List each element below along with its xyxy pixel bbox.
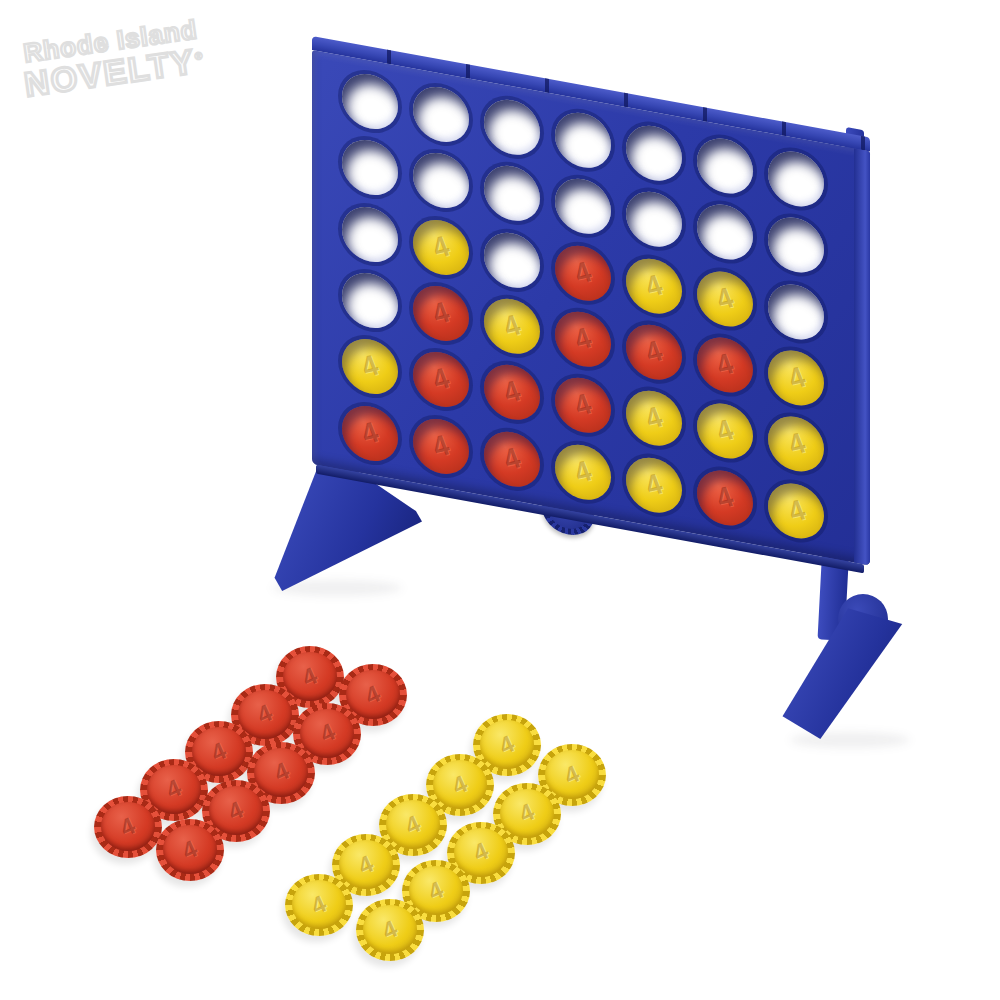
cap-face: 4 (433, 760, 487, 809)
empty-slot (555, 108, 611, 172)
disc-emboss-4: 4 (713, 482, 738, 513)
yellow-tray-disc: 4 (356, 899, 424, 961)
yellow-disc: 4 (768, 479, 824, 543)
cap-crimped-edge (293, 703, 361, 765)
cap-face: 4 (454, 828, 508, 877)
yellow-tray-disc: 4 (332, 834, 400, 896)
cap-crimped-edge (276, 646, 344, 708)
disc-emboss-4: 4 (225, 797, 247, 824)
empty-slot (768, 147, 824, 211)
disc-emboss-4: 4 (425, 877, 447, 904)
registered-mark: ® (194, 49, 206, 62)
disc-emboss-4: 4 (355, 851, 377, 878)
red-tray-disc: 4 (94, 796, 162, 858)
empty-slot (484, 95, 540, 159)
yellow-disc: 4 (555, 440, 611, 504)
red-tray-disc: 4 (231, 684, 299, 746)
disc-emboss-4: 4 (571, 324, 596, 355)
red-disc: 4 (413, 281, 469, 345)
disc-emboss-4: 4 (402, 811, 424, 838)
empty-slot (342, 202, 398, 266)
cap-face: 4 (283, 652, 337, 701)
disc-emboss-4: 4 (499, 311, 524, 342)
red-tray-disc: 4 (185, 721, 253, 783)
cap-face: 4 (480, 720, 534, 769)
disc-emboss-4: 4 (784, 363, 809, 394)
cap-crimped-edge (247, 742, 315, 804)
red-tray-disc: 4 (276, 646, 344, 708)
empty-slot (413, 149, 469, 213)
red-disc: 4 (413, 348, 469, 412)
slot-c5-r6: 4 (619, 445, 690, 524)
cap-face: 4 (254, 748, 308, 797)
red-disc: 4 (555, 241, 611, 305)
yellow-disc: 4 (768, 412, 824, 476)
cap-face: 4 (346, 670, 400, 719)
disc-emboss-4: 4 (713, 350, 738, 381)
disc-emboss-4: 4 (428, 364, 453, 395)
disc-emboss-4: 4 (179, 836, 201, 863)
empty-slot (768, 280, 824, 344)
yellow-tray-disc: 4 (379, 794, 447, 856)
empty-slot (484, 228, 540, 292)
red-disc: 4 (484, 427, 540, 491)
yellow-disc: 4 (342, 335, 398, 399)
slot-c1-r6: 4 (334, 394, 405, 473)
red-disc: 4 (697, 466, 753, 530)
red-disc: 4 (626, 320, 682, 384)
yellow-disc: 4 (768, 346, 824, 410)
cap-crimped-edge (379, 794, 447, 856)
yellow-tray-disc: 4 (538, 744, 606, 806)
disc-emboss-4: 4 (571, 457, 596, 488)
cap-crimped-edge (231, 684, 299, 746)
disc-emboss-4: 4 (163, 775, 185, 802)
yellow-disc: 4 (626, 254, 682, 318)
disc-emboss-4: 4 (642, 270, 667, 301)
empty-slot (626, 121, 682, 185)
brand-watermark: Rhode Island NOVELTY® (14, 13, 211, 105)
disc-emboss-4: 4 (499, 444, 524, 475)
right-foot (780, 604, 906, 746)
disc-emboss-4: 4 (713, 416, 738, 447)
disc-emboss-4: 4 (208, 738, 230, 765)
cap-crimped-edge (493, 783, 561, 845)
cap-crimped-edge (156, 819, 224, 881)
red-tray-disc: 4 (202, 780, 270, 842)
disc-emboss-4: 4 (428, 298, 453, 329)
cap-face: 4 (209, 786, 263, 835)
cap-crimped-edge (202, 780, 270, 842)
cap-crimped-edge (356, 899, 424, 961)
disc-emboss-4: 4 (571, 390, 596, 421)
red-tray-disc: 4 (156, 819, 224, 881)
cap-crimped-edge (185, 721, 253, 783)
yellow-disc: 4 (626, 453, 682, 517)
board-right-end-cap (854, 148, 870, 565)
cap-face: 4 (545, 750, 599, 799)
yellow-disc: 4 (697, 267, 753, 331)
disc-emboss-4: 4 (561, 761, 583, 788)
cap-face: 4 (500, 789, 554, 838)
red-tray-disc: 4 (293, 703, 361, 765)
disc-emboss-4: 4 (379, 916, 401, 943)
cap-crimped-edge (538, 744, 606, 806)
empty-slot (342, 70, 398, 134)
disc-emboss-4: 4 (571, 258, 596, 289)
cap-face: 4 (147, 765, 201, 814)
disc-emboss-4: 4 (270, 758, 292, 785)
slot-c3-r6: 4 (476, 420, 547, 499)
yellow-tray-disc: 4 (402, 860, 470, 922)
cap-face: 4 (292, 880, 346, 929)
disc-emboss-4: 4 (357, 351, 382, 382)
cap-face: 4 (163, 825, 217, 874)
yellow-disc: 4 (484, 294, 540, 358)
yellow-tray-disc: 4 (447, 822, 515, 884)
right-foot-shadow (790, 732, 910, 748)
disc-emboss-4: 4 (428, 431, 453, 462)
disc-emboss-4: 4 (362, 681, 384, 708)
red-disc: 4 (697, 333, 753, 397)
empty-slot (697, 134, 753, 198)
cap-crimped-edge (473, 714, 541, 776)
disc-emboss-4: 4 (642, 403, 667, 434)
cap-crimped-edge (140, 759, 208, 821)
empty-slot (413, 82, 469, 146)
disc-emboss-4: 4 (254, 700, 276, 727)
red-disc: 4 (555, 307, 611, 371)
empty-slot (555, 175, 611, 239)
cap-face: 4 (409, 866, 463, 915)
cap-face: 4 (386, 800, 440, 849)
red-disc: 4 (555, 374, 611, 438)
empty-slot (768, 213, 824, 277)
empty-slot (342, 269, 398, 333)
disc-emboss-4: 4 (642, 337, 667, 368)
red-tray-disc: 4 (247, 742, 315, 804)
empty-slot (342, 136, 398, 200)
yellow-tray-disc: 4 (426, 754, 494, 816)
empty-slot (697, 200, 753, 264)
disc-emboss-4: 4 (784, 495, 809, 526)
disc-emboss-4: 4 (713, 283, 738, 314)
red-tray-disc: 4 (140, 759, 208, 821)
slot-c6-r6: 4 (690, 458, 761, 537)
cap-crimped-edge (339, 664, 407, 726)
slot-c7-r6: 4 (761, 471, 832, 550)
disc-emboss-4: 4 (496, 731, 518, 758)
disc-emboss-4: 4 (642, 469, 667, 500)
disc-emboss-4: 4 (357, 418, 382, 449)
cap-face: 4 (363, 905, 417, 954)
disc-emboss-4: 4 (470, 838, 492, 865)
red-disc: 4 (484, 361, 540, 425)
empty-slot (484, 162, 540, 226)
cap-face: 4 (101, 802, 155, 851)
cap-crimped-edge (94, 796, 162, 858)
yellow-disc: 4 (697, 399, 753, 463)
disc-emboss-4: 4 (499, 377, 524, 408)
cap-crimped-edge (426, 754, 494, 816)
cap-face: 4 (238, 690, 292, 739)
disc-emboss-4: 4 (784, 429, 809, 460)
red-disc: 4 (413, 414, 469, 478)
cap-face: 4 (192, 727, 246, 776)
disc-emboss-4: 4 (316, 720, 338, 747)
yellow-tray-disc: 4 (285, 874, 353, 936)
yellow-disc: 4 (413, 215, 469, 279)
cap-crimped-edge (447, 822, 515, 884)
slot-c4-r6: 4 (547, 432, 618, 511)
board-grid: 444444444444444444444444 (334, 62, 832, 551)
yellow-tray-disc: 4 (493, 783, 561, 845)
yellow-tray-disc: 4 (473, 714, 541, 776)
disc-emboss-4: 4 (308, 891, 330, 918)
disc-emboss-4: 4 (428, 232, 453, 263)
slot-c2-r6: 4 (405, 407, 476, 486)
empty-slot (626, 188, 682, 252)
disc-emboss-4: 4 (449, 771, 471, 798)
cap-crimped-edge (285, 874, 353, 936)
cap-face: 4 (300, 709, 354, 758)
disc-emboss-4: 4 (117, 813, 139, 840)
yellow-disc: 4 (626, 387, 682, 451)
disc-emboss-4: 4 (516, 800, 538, 827)
product-photo-stage: Rhode Island NOVELTY® 444444444444444444… (0, 0, 1000, 1000)
cap-face: 4 (339, 840, 393, 889)
disc-emboss-4: 4 (299, 663, 321, 690)
red-tray-disc: 4 (339, 664, 407, 726)
cap-crimped-edge (402, 860, 470, 922)
red-disc: 4 (342, 401, 398, 465)
cap-crimped-edge (332, 834, 400, 896)
